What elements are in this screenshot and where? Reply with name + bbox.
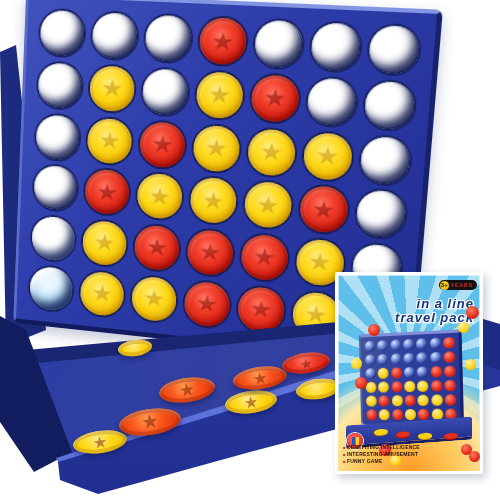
star-emboss-icon: ★	[140, 411, 160, 433]
illustration-yellow-disc	[418, 394, 429, 406]
cell-r5c2: ★	[81, 218, 129, 268]
cell-r4c1	[32, 163, 79, 213]
cell-r2c7	[361, 79, 417, 132]
cell-r2c4: ★	[194, 70, 246, 121]
cell-r6c3: ★	[130, 274, 179, 324]
illustration-cell-r1c3	[389, 338, 401, 351]
illustration-empty-hole	[390, 353, 401, 365]
illustration-empty-hole	[364, 340, 375, 352]
illustration-cell-r3c3	[390, 366, 402, 379]
empty-hole	[306, 77, 357, 126]
empty-hole	[92, 13, 139, 60]
illustration-yellow-disc	[404, 381, 415, 393]
illustration-tray-red-disc	[396, 431, 410, 438]
yellow-disc: ★	[192, 124, 240, 172]
empty-hole	[355, 190, 407, 240]
cell-r3c7	[357, 134, 412, 187]
age-badge-label: YEARS	[451, 282, 473, 288]
box-title-line1: in a line	[338, 297, 474, 311]
cell-r3c4: ★	[191, 123, 242, 174]
empty-hole	[310, 23, 362, 72]
star-emboss-icon: ★	[151, 132, 175, 157]
cell-r5c5: ★	[239, 232, 291, 284]
red-disc: ★	[183, 280, 230, 328]
illustration-cell-r5c5	[417, 394, 430, 407]
illustration-tray-yellow-disc	[374, 428, 388, 435]
star-emboss-icon: ★	[255, 193, 280, 218]
yellow-disc: ★	[87, 117, 133, 164]
illustration-cell-r4c7	[444, 379, 457, 393]
star-emboss-icon: ★	[145, 236, 169, 261]
star-emboss-icon: ★	[315, 143, 341, 169]
cell-r2c5: ★	[249, 73, 302, 125]
illustration-cell-r2c7	[443, 350, 456, 364]
illustration-cell-r5c3	[391, 394, 403, 407]
star-emboss-icon: ★	[249, 297, 274, 322]
illustration-empty-hole	[377, 340, 388, 352]
cell-r1c1	[39, 9, 87, 59]
illustration-empty-hole	[403, 353, 414, 365]
red-disc: ★	[85, 169, 131, 216]
illustration-cell-r1c1	[364, 340, 376, 353]
empty-hole	[254, 20, 304, 69]
illustration-yellow-disc	[365, 382, 376, 393]
illustration-cell-r6c3	[391, 408, 403, 421]
illustration-empty-hole	[365, 354, 376, 366]
cell-r3c5: ★	[245, 126, 298, 178]
illustration-cell-r2c3	[390, 352, 402, 365]
cell-r3c2: ★	[86, 116, 135, 166]
illustration-cell-r2c5	[416, 351, 429, 365]
illustration-red-disc	[431, 366, 442, 378]
illustration-yellow-disc	[379, 409, 390, 420]
star-emboss-icon: ★	[98, 129, 121, 154]
illustration-empty-hole	[404, 367, 415, 379]
red-disc: ★	[299, 185, 349, 234]
product-box: 3+ YEARS in a line travel pack BENEFITIN…	[335, 272, 483, 474]
star-emboss-icon: ★	[201, 188, 225, 213]
empty-hole	[40, 10, 85, 57]
feature-bullets: BENEFITING INTELLIGENCEINTERESTING AMUSE…	[343, 444, 420, 465]
cell-r5c1	[30, 214, 77, 263]
empty-hole	[145, 15, 193, 63]
illustration-yellow-disc	[417, 380, 428, 392]
confetti-yellow-dot	[458, 322, 469, 333]
star-emboss-icon: ★	[91, 281, 114, 305]
illustration-cell-r4c4	[403, 380, 416, 393]
cell-r3c1	[34, 112, 82, 162]
illustration-cell-r2c1	[364, 353, 376, 366]
cell-r1c3	[143, 13, 194, 64]
cell-r1c7	[366, 24, 422, 77]
illustration-yellow-disc	[378, 367, 389, 379]
yellow-disc: ★	[82, 220, 127, 267]
feature-bullet: FUNNY GAME	[343, 458, 420, 465]
red-disc: ★	[139, 121, 186, 169]
cell-r6c2: ★	[78, 269, 126, 319]
illustration-yellow-disc	[431, 394, 442, 406]
cell-r4c6: ★	[297, 184, 351, 236]
yellow-disc: ★	[247, 128, 297, 177]
illustration-cell-r1c5	[416, 337, 429, 351]
illustration-red-disc	[391, 367, 402, 379]
star-emboss-icon: ★	[101, 76, 124, 101]
confetti-yellow-dot	[351, 358, 362, 369]
illustration-cell-r4c5	[417, 380, 430, 393]
illustration-cell-r5c2	[378, 394, 390, 407]
illustration-red-disc	[366, 409, 377, 420]
illustration-empty-hole	[416, 338, 427, 350]
age-badge: 3+ YEARS	[439, 280, 477, 290]
yellow-disc: ★	[189, 177, 237, 225]
cell-r1c5	[252, 18, 305, 70]
confetti-red-dot	[355, 377, 367, 389]
illustration-yellow-disc	[405, 409, 416, 421]
empty-hole	[38, 62, 83, 109]
empty-hole	[359, 135, 411, 185]
yellow-disc: ★	[80, 270, 125, 317]
cell-r4c2: ★	[83, 167, 132, 217]
connect-four-product-photo: ★★★★★★★★★★★★★★★★★★★★★★★★ ★★★★★★ 3+ YEARS…	[0, 0, 500, 500]
illustration-cell-r4c3	[390, 380, 402, 393]
confetti-red-dot	[469, 451, 480, 462]
illustration-cell-r6c1	[365, 408, 377, 421]
cell-r2c1	[36, 61, 84, 111]
cell-r6c1	[28, 264, 75, 313]
illustration-cell-r4c2	[377, 381, 389, 394]
cell-r5c4: ★	[185, 227, 236, 278]
cell-r3c3: ★	[138, 119, 188, 170]
illustration-empty-hole	[377, 354, 388, 366]
illustration-cell-r1c6	[429, 336, 442, 350]
illustration-cell-r5c7	[444, 393, 457, 406]
illustration-empty-hole	[417, 366, 428, 378]
feature-bullet: BENEFITING INTELLIGENCE	[343, 444, 420, 451]
red-disc: ★	[250, 74, 300, 123]
star-emboss-icon: ★	[178, 380, 196, 400]
illustration-cell-r5c6	[431, 393, 444, 406]
yellow-disc: ★	[195, 71, 244, 119]
box-title: in a line travel pack	[338, 297, 474, 325]
star-emboss-icon: ★	[243, 393, 260, 411]
red-disc: ★	[134, 224, 180, 271]
illustration-empty-hole	[390, 339, 401, 351]
illustration-red-disc	[443, 337, 455, 349]
illustration-cell-r3c6	[430, 365, 443, 379]
age-badge-number: 3+	[440, 281, 449, 290]
star-emboss-icon: ★	[148, 184, 172, 209]
star-emboss-icon: ★	[92, 433, 109, 451]
illustration-cell-r5c4	[404, 394, 417, 407]
cell-r5c3: ★	[132, 223, 181, 273]
confetti-red-dot	[466, 306, 479, 319]
box-title-line2: travel pack	[338, 311, 474, 325]
red-disc: ★	[240, 233, 289, 281]
illustration-red-disc	[418, 409, 429, 421]
empty-hole	[363, 81, 416, 131]
yellow-disc: ★	[243, 181, 292, 230]
illustration-red-disc	[379, 395, 390, 406]
confetti-yellow-dot	[465, 359, 476, 370]
star-emboss-icon: ★	[96, 180, 119, 205]
illustration-empty-hole	[365, 368, 376, 380]
star-emboss-icon: ★	[198, 240, 222, 265]
star-emboss-icon: ★	[142, 286, 165, 311]
red-disc: ★	[237, 285, 286, 333]
illustration-red-disc	[445, 380, 457, 392]
empty-hole	[367, 25, 420, 75]
red-disc: ★	[186, 229, 234, 277]
star-emboss-icon: ★	[210, 29, 235, 54]
star-emboss-icon: ★	[93, 231, 116, 255]
star-emboss-icon: ★	[204, 136, 229, 161]
cell-r4c5: ★	[242, 179, 294, 231]
illustration-red-disc	[392, 409, 403, 420]
cell-r2c2: ★	[88, 64, 137, 114]
yellow-disc: ★	[136, 173, 183, 221]
illustration-tray-red-disc	[444, 433, 458, 440]
illustration-empty-hole	[417, 352, 428, 364]
star-emboss-icon: ★	[207, 83, 232, 108]
illustration-empty-hole	[403, 339, 414, 351]
star-emboss-icon: ★	[259, 140, 284, 165]
illustration-cell-r3c2	[377, 367, 389, 380]
cell-r1c2	[90, 11, 139, 61]
illustration-red-disc	[405, 395, 416, 407]
star-emboss-icon: ★	[307, 250, 332, 276]
illustration-cell-r2c2	[377, 353, 389, 366]
illustration-cell-r2c6	[429, 351, 442, 365]
yellow-disc: ★	[89, 65, 135, 112]
illustration-cell-r2c4	[403, 352, 416, 365]
illustration-cell-r3c7	[443, 364, 456, 378]
cell-r2c6	[304, 76, 358, 128]
illustration-red-disc	[431, 380, 442, 392]
star-emboss-icon: ★	[252, 369, 269, 387]
box-illustration-board	[359, 329, 464, 424]
illustration-cell-r3c1	[364, 367, 376, 380]
illustration-cell-r5c1	[365, 395, 377, 408]
star-emboss-icon: ★	[252, 245, 277, 270]
cell-r3c6: ★	[301, 130, 355, 182]
illustration-red-disc	[444, 365, 456, 377]
cell-r6c4: ★	[182, 279, 232, 330]
empty-hole	[36, 114, 81, 161]
star-emboss-icon: ★	[262, 86, 287, 111]
yellow-disc: ★	[302, 132, 353, 181]
illustration-red-disc	[444, 351, 456, 363]
star-emboss-icon: ★	[311, 197, 337, 223]
empty-hole	[142, 68, 189, 116]
illustration-empty-hole	[430, 352, 441, 364]
red-disc: ★	[199, 17, 248, 65]
illustration-yellow-disc	[378, 381, 389, 393]
cell-r1c6	[308, 21, 363, 73]
illustration-empty-hole	[430, 337, 441, 349]
star-emboss-icon: ★	[195, 292, 219, 317]
feature-bullet: INTERESTING AMUSEMENT	[343, 451, 420, 458]
illustration-red-disc	[445, 394, 457, 406]
illustration-cell-r3c4	[403, 366, 416, 379]
illustration-cell-r1c7	[443, 336, 456, 350]
cell-r4c3: ★	[135, 171, 185, 222]
illustration-cell-r3c5	[416, 365, 429, 378]
illustration-tray-yellow-disc	[418, 432, 432, 439]
empty-hole	[30, 265, 74, 311]
illustration-yellow-disc	[366, 395, 377, 406]
cell-r4c4: ★	[188, 175, 239, 226]
illustration-cell-r6c4	[404, 408, 417, 421]
cell-r2c3	[140, 67, 190, 118]
cell-r4c7	[353, 188, 408, 241]
star-emboss-icon: ★	[298, 355, 313, 372]
illustration-red-disc	[391, 381, 402, 393]
illustration-cell-r1c4	[402, 338, 415, 352]
empty-hole	[32, 215, 76, 262]
illustration-cell-r6c2	[378, 408, 390, 421]
empty-hole	[34, 165, 78, 212]
cell-r1c4: ★	[197, 16, 249, 67]
illustration-cell-r4c6	[430, 379, 443, 392]
confetti-red-dot	[368, 324, 380, 336]
illustration-yellow-disc	[391, 395, 402, 407]
box-illustration-scene	[359, 329, 464, 424]
illustration-cell-r1c2	[376, 339, 388, 352]
yellow-disc: ★	[131, 275, 177, 322]
